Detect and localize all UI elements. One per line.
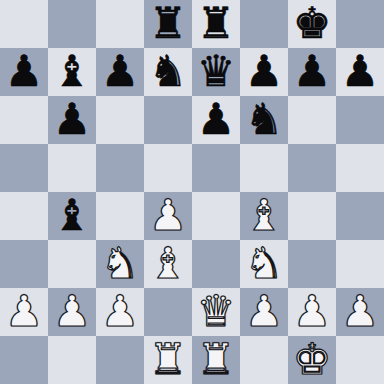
square-c5[interactable] — [96, 144, 144, 192]
square-a6[interactable] — [0, 96, 48, 144]
square-h4[interactable] — [336, 192, 384, 240]
piece-black-bishop[interactable]: ♝ — [53, 192, 92, 239]
square-c7[interactable]: ♟ — [96, 48, 144, 96]
square-e6[interactable]: ♟ — [192, 96, 240, 144]
piece-white-pawn[interactable]: ♟ — [5, 288, 44, 335]
piece-white-pawn[interactable]: ♟ — [293, 288, 332, 335]
square-d4[interactable]: ♟ — [144, 192, 192, 240]
square-a7[interactable]: ♟ — [0, 48, 48, 96]
square-a5[interactable] — [0, 144, 48, 192]
square-b1[interactable] — [48, 336, 96, 384]
piece-black-pawn[interactable]: ♟ — [341, 48, 380, 95]
piece-white-king[interactable]: ♚ — [293, 336, 332, 383]
piece-white-bishop[interactable]: ♝ — [245, 192, 284, 239]
piece-black-bishop[interactable]: ♝ — [53, 48, 92, 95]
piece-black-pawn[interactable]: ♟ — [245, 48, 284, 95]
square-a3[interactable] — [0, 240, 48, 288]
square-c1[interactable] — [96, 336, 144, 384]
square-d7[interactable]: ♞ — [144, 48, 192, 96]
square-g2[interactable]: ♟ — [288, 288, 336, 336]
square-e2[interactable]: ♛ — [192, 288, 240, 336]
piece-black-pawn[interactable]: ♟ — [101, 48, 140, 95]
square-e8[interactable]: ♜ — [192, 0, 240, 48]
piece-white-rook[interactable]: ♜ — [149, 336, 188, 383]
square-e3[interactable] — [192, 240, 240, 288]
square-e1[interactable]: ♜ — [192, 336, 240, 384]
square-b7[interactable]: ♝ — [48, 48, 96, 96]
square-a4[interactable] — [0, 192, 48, 240]
square-a2[interactable]: ♟ — [0, 288, 48, 336]
square-f4[interactable]: ♝ — [240, 192, 288, 240]
piece-black-pawn[interactable]: ♟ — [293, 48, 332, 95]
piece-white-pawn[interactable]: ♟ — [341, 288, 380, 335]
square-c6[interactable] — [96, 96, 144, 144]
square-d5[interactable] — [144, 144, 192, 192]
square-a8[interactable] — [0, 0, 48, 48]
square-g6[interactable] — [288, 96, 336, 144]
piece-black-king[interactable]: ♚ — [293, 0, 332, 47]
square-b6[interactable]: ♟ — [48, 96, 96, 144]
square-b2[interactable]: ♟ — [48, 288, 96, 336]
square-d8[interactable]: ♜ — [144, 0, 192, 48]
square-f5[interactable] — [240, 144, 288, 192]
square-f7[interactable]: ♟ — [240, 48, 288, 96]
square-b4[interactable]: ♝ — [48, 192, 96, 240]
square-h7[interactable]: ♟ — [336, 48, 384, 96]
square-c8[interactable] — [96, 0, 144, 48]
square-d6[interactable] — [144, 96, 192, 144]
piece-black-pawn[interactable]: ♟ — [197, 96, 236, 143]
piece-black-rook[interactable]: ♜ — [149, 0, 188, 47]
piece-black-rook[interactable]: ♜ — [197, 0, 236, 47]
piece-white-pawn[interactable]: ♟ — [245, 288, 284, 335]
piece-black-pawn[interactable]: ♟ — [53, 96, 92, 143]
piece-black-knight[interactable]: ♞ — [149, 48, 188, 95]
piece-white-pawn[interactable]: ♟ — [149, 192, 188, 239]
square-h8[interactable] — [336, 0, 384, 48]
square-b3[interactable] — [48, 240, 96, 288]
piece-white-knight[interactable]: ♞ — [101, 240, 140, 287]
chess-board: ♜♜♚♟♝♟♞♛♟♟♟♟♟♞♝♟♝♞♝♞♟♟♟♛♟♟♟♜♜♚ — [0, 0, 384, 384]
square-g1[interactable]: ♚ — [288, 336, 336, 384]
square-c3[interactable]: ♞ — [96, 240, 144, 288]
square-d1[interactable]: ♜ — [144, 336, 192, 384]
square-g7[interactable]: ♟ — [288, 48, 336, 96]
square-f6[interactable]: ♞ — [240, 96, 288, 144]
piece-black-pawn[interactable]: ♟ — [5, 48, 44, 95]
piece-white-pawn[interactable]: ♟ — [101, 288, 140, 335]
piece-white-queen[interactable]: ♛ — [197, 288, 236, 335]
square-g8[interactable]: ♚ — [288, 0, 336, 48]
square-c4[interactable] — [96, 192, 144, 240]
square-e5[interactable] — [192, 144, 240, 192]
square-d2[interactable] — [144, 288, 192, 336]
square-f8[interactable] — [240, 0, 288, 48]
square-h1[interactable] — [336, 336, 384, 384]
square-d3[interactable]: ♝ — [144, 240, 192, 288]
square-g5[interactable] — [288, 144, 336, 192]
piece-white-knight[interactable]: ♞ — [245, 240, 284, 287]
square-e7[interactable]: ♛ — [192, 48, 240, 96]
square-f1[interactable] — [240, 336, 288, 384]
piece-white-pawn[interactable]: ♟ — [53, 288, 92, 335]
square-g4[interactable] — [288, 192, 336, 240]
piece-white-bishop[interactable]: ♝ — [149, 240, 188, 287]
square-f3[interactable]: ♞ — [240, 240, 288, 288]
square-g3[interactable] — [288, 240, 336, 288]
square-b5[interactable] — [48, 144, 96, 192]
piece-black-queen[interactable]: ♛ — [197, 48, 236, 95]
piece-black-knight[interactable]: ♞ — [245, 96, 284, 143]
square-c2[interactable]: ♟ — [96, 288, 144, 336]
square-e4[interactable] — [192, 192, 240, 240]
square-f2[interactable]: ♟ — [240, 288, 288, 336]
piece-white-rook[interactable]: ♜ — [197, 336, 236, 383]
square-h6[interactable] — [336, 96, 384, 144]
square-h2[interactable]: ♟ — [336, 288, 384, 336]
square-a1[interactable] — [0, 336, 48, 384]
square-b8[interactable] — [48, 0, 96, 48]
square-h5[interactable] — [336, 144, 384, 192]
square-h3[interactable] — [336, 240, 384, 288]
